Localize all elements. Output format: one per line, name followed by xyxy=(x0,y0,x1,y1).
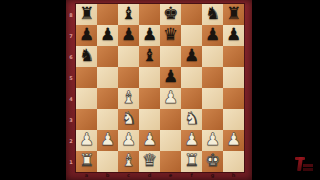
square-g7[interactable]: ♟ xyxy=(202,25,223,46)
square-f1[interactable]: ♜ xyxy=(181,151,202,172)
white-pawn: ♟ xyxy=(184,131,199,148)
file-label-h: h xyxy=(223,171,244,180)
file-label-c: c xyxy=(118,171,139,180)
square-c5[interactable] xyxy=(118,67,139,88)
square-g4[interactable] xyxy=(202,88,223,109)
square-h5[interactable] xyxy=(223,67,244,88)
black-pawn: ♟ xyxy=(205,26,220,43)
square-f6[interactable]: ♟ xyxy=(181,46,202,67)
file-labels: abcdefgh xyxy=(76,171,244,180)
square-a6[interactable]: ♞ xyxy=(76,46,97,67)
black-bishop: ♝ xyxy=(121,5,136,22)
white-pawn: ♟ xyxy=(226,131,241,148)
rank-label-2: 2 xyxy=(66,130,76,151)
square-d2[interactable]: ♟ xyxy=(139,130,160,151)
black-pawn: ♟ xyxy=(100,26,115,43)
black-pawn: ♟ xyxy=(142,26,157,43)
square-b8[interactable] xyxy=(97,4,118,25)
black-pawn: ♟ xyxy=(163,68,178,85)
square-c2[interactable]: ♟ xyxy=(118,130,139,151)
square-c7[interactable]: ♟ xyxy=(118,25,139,46)
square-h3[interactable] xyxy=(223,109,244,130)
rank-label-5: 5 xyxy=(66,67,76,88)
square-h6[interactable] xyxy=(223,46,244,67)
black-bishop: ♝ xyxy=(142,47,157,64)
white-knight: ♞ xyxy=(184,110,199,127)
square-f3[interactable]: ♞ xyxy=(181,109,202,130)
square-b5[interactable] xyxy=(97,67,118,88)
square-e1[interactable] xyxy=(160,151,181,172)
white-pawn: ♟ xyxy=(100,131,115,148)
square-g8[interactable]: ♞ xyxy=(202,4,223,25)
square-h4[interactable] xyxy=(223,88,244,109)
square-d5[interactable] xyxy=(139,67,160,88)
file-label-f: f xyxy=(181,171,202,180)
black-king: ♚ xyxy=(163,5,178,22)
file-label-d: d xyxy=(139,171,160,180)
white-pawn: ♟ xyxy=(142,131,157,148)
video-frame: { "game": { "name": "Chess", "presentati… xyxy=(0,0,320,180)
white-pawn: ♟ xyxy=(79,131,94,148)
black-knight: ♞ xyxy=(205,5,220,22)
square-a3[interactable] xyxy=(76,109,97,130)
black-knight: ♞ xyxy=(79,47,94,64)
white-rook: ♜ xyxy=(79,152,94,169)
white-knight: ♞ xyxy=(121,110,136,127)
white-queen: ♛ xyxy=(142,152,157,169)
rank-labels: 87654321 xyxy=(66,4,76,172)
file-label-a: a xyxy=(76,171,97,180)
square-a8[interactable]: ♜ xyxy=(76,4,97,25)
square-c3[interactable]: ♞ xyxy=(118,109,139,130)
square-f5[interactable] xyxy=(181,67,202,88)
file-label-g: g xyxy=(202,171,223,180)
rank-label-1: 1 xyxy=(66,151,76,172)
white-pawn: ♟ xyxy=(163,89,178,106)
file-label-e: e xyxy=(160,171,181,180)
square-g6[interactable] xyxy=(202,46,223,67)
square-b2[interactable]: ♟ xyxy=(97,130,118,151)
square-a7[interactable]: ♟ xyxy=(76,25,97,46)
square-b7[interactable]: ♟ xyxy=(97,25,118,46)
square-g5[interactable] xyxy=(202,67,223,88)
rank-label-3: 3 xyxy=(66,109,76,130)
square-c8[interactable]: ♝ xyxy=(118,4,139,25)
square-f8[interactable] xyxy=(181,4,202,25)
square-b1[interactable] xyxy=(97,151,118,172)
square-f7[interactable] xyxy=(181,25,202,46)
square-b4[interactable] xyxy=(97,88,118,109)
channel-logo-text xyxy=(303,164,313,167)
square-a5[interactable] xyxy=(76,67,97,88)
square-c4[interactable]: ♝ xyxy=(118,88,139,109)
square-f2[interactable]: ♟ xyxy=(181,130,202,151)
square-c6[interactable] xyxy=(118,46,139,67)
square-d4[interactable] xyxy=(139,88,160,109)
square-e2[interactable] xyxy=(160,130,181,151)
square-e3[interactable] xyxy=(160,109,181,130)
square-b6[interactable] xyxy=(97,46,118,67)
square-e8[interactable]: ♚ xyxy=(160,4,181,25)
rank-label-7: 7 xyxy=(66,25,76,46)
rank-label-8: 8 xyxy=(66,4,76,25)
square-a2[interactable]: ♟ xyxy=(76,130,97,151)
black-rook: ♜ xyxy=(79,5,94,22)
black-rook: ♜ xyxy=(226,5,241,22)
square-a4[interactable] xyxy=(76,88,97,109)
white-bishop: ♝ xyxy=(121,89,136,106)
square-e4[interactable]: ♟ xyxy=(160,88,181,109)
square-g2[interactable]: ♟ xyxy=(202,130,223,151)
square-a1[interactable]: ♜ xyxy=(76,151,97,172)
black-pawn: ♟ xyxy=(226,26,241,43)
square-e5[interactable]: ♟ xyxy=(160,67,181,88)
square-c1[interactable]: ♝ xyxy=(118,151,139,172)
white-pawn: ♟ xyxy=(205,131,220,148)
square-e6[interactable] xyxy=(160,46,181,67)
black-pawn: ♟ xyxy=(79,26,94,43)
white-rook: ♜ xyxy=(184,152,199,169)
square-h8[interactable]: ♜ xyxy=(223,4,244,25)
chess-board: ♜♝♚♞♜♟♟♟♟♛♟♟♞♝♟♟♝♟♞♞♟♟♟♟♟♟♟♜♝♛♜♚ xyxy=(76,4,244,172)
black-queen: ♛ xyxy=(163,26,178,43)
square-f4[interactable] xyxy=(181,88,202,109)
rank-label-4: 4 xyxy=(66,88,76,109)
square-g3[interactable] xyxy=(202,109,223,130)
square-h2[interactable]: ♟ xyxy=(223,130,244,151)
white-king: ♚ xyxy=(205,152,220,169)
black-pawn: ♟ xyxy=(184,47,199,64)
rank-label-6: 6 xyxy=(66,46,76,67)
channel-logo xyxy=(294,156,314,173)
square-d3[interactable] xyxy=(139,109,160,130)
square-g1[interactable]: ♚ xyxy=(202,151,223,172)
file-label-b: b xyxy=(97,171,118,180)
board-frame: 87654321 ♜♝♚♞♜♟♟♟♟♛♟♟♞♝♟♟♝♟♞♞♟♟♟♟♟♟♟♜♝♛♜… xyxy=(66,0,252,180)
white-bishop: ♝ xyxy=(121,152,136,169)
square-e7[interactable]: ♛ xyxy=(160,25,181,46)
square-d1[interactable]: ♛ xyxy=(139,151,160,172)
square-h7[interactable]: ♟ xyxy=(223,25,244,46)
square-h1[interactable] xyxy=(223,151,244,172)
square-d8[interactable] xyxy=(139,4,160,25)
black-pawn: ♟ xyxy=(121,26,136,43)
square-d7[interactable]: ♟ xyxy=(139,25,160,46)
square-d6[interactable]: ♝ xyxy=(139,46,160,67)
white-pawn: ♟ xyxy=(121,131,136,148)
square-b3[interactable] xyxy=(97,109,118,130)
